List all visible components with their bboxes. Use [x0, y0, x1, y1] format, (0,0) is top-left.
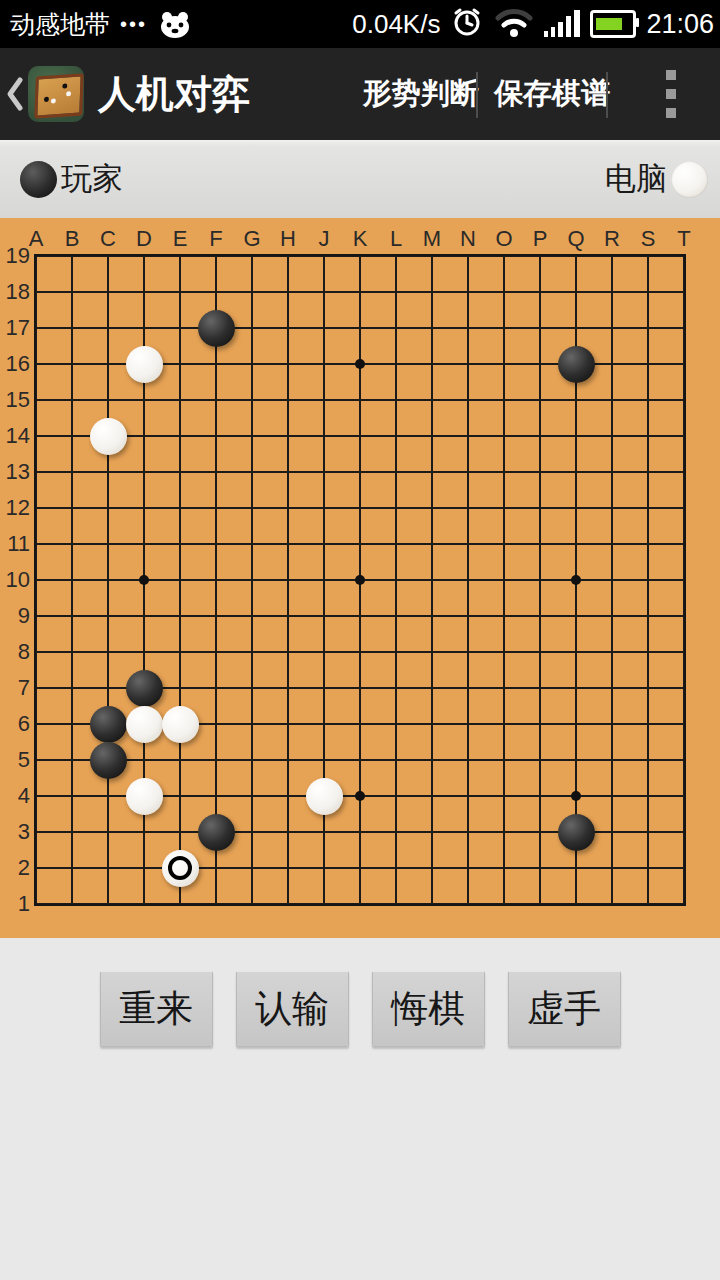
row-label: 13 [0, 459, 30, 485]
black-stone [90, 706, 127, 743]
column-label: D [130, 226, 158, 252]
row-label: 5 [0, 747, 30, 773]
back-chevron-icon [6, 72, 24, 116]
menu-position-judge[interactable]: 形势判断 [363, 48, 479, 140]
black-player-label: 玩家 [61, 158, 123, 200]
row-label: 12 [0, 495, 30, 521]
row-label: 14 [0, 423, 30, 449]
android-robot-icon [159, 10, 191, 38]
star-point [571, 575, 581, 585]
white-stone [126, 778, 163, 815]
action-bar: 人机对弈 形势判断 保存棋谱 [0, 48, 720, 140]
app-icon [28, 66, 84, 122]
row-label: 18 [0, 279, 30, 305]
black-stone [198, 814, 235, 851]
restart-button[interactable]: 重来 [100, 971, 213, 1047]
row-label: 4 [0, 783, 30, 809]
column-label: M [418, 226, 446, 252]
row-label: 1 [0, 891, 30, 917]
column-label: F [202, 226, 230, 252]
battery-fill [596, 18, 622, 30]
bottom-area: 重来 认输 悔棋 虚手 [0, 938, 720, 1280]
wifi-icon [494, 6, 534, 42]
black-stone [558, 346, 595, 383]
alarm-clock-icon [450, 5, 484, 43]
go-board[interactable]: ABCDEFGHJKLMNOPQRST191817161514131211109… [0, 218, 720, 938]
action-bar-home[interactable]: 人机对弈 [0, 48, 250, 140]
resign-button[interactable]: 认输 [236, 971, 349, 1047]
pass-button[interactable]: 虚手 [508, 971, 621, 1047]
row-label: 19 [0, 243, 30, 269]
black-stone [558, 814, 595, 851]
row-label: 8 [0, 639, 30, 665]
battery-icon [590, 10, 636, 38]
white-stone [90, 418, 127, 455]
white-stone [162, 706, 199, 743]
row-label: 3 [0, 819, 30, 845]
row-label: 6 [0, 711, 30, 737]
column-label: Q [562, 226, 590, 252]
row-label: 11 [0, 531, 30, 557]
column-label: B [58, 226, 86, 252]
white-player-label: 电脑 [605, 158, 667, 200]
network-speed: 0.04K/s [352, 9, 440, 40]
page-title: 人机对弈 [98, 69, 250, 120]
black-stone [198, 310, 235, 347]
white-stone-icon [671, 161, 708, 198]
black-stone-icon [20, 161, 57, 198]
star-point [355, 359, 365, 369]
column-label: R [598, 226, 626, 252]
column-label: O [490, 226, 518, 252]
black-stone [126, 670, 163, 707]
column-label: S [634, 226, 662, 252]
row-label: 15 [0, 387, 30, 413]
white-stone [126, 346, 163, 383]
column-label: E [166, 226, 194, 252]
button-row: 重来 认输 悔棋 虚手 [0, 971, 720, 1047]
carrier-label: 动感地带 [10, 8, 110, 41]
row-label: 16 [0, 351, 30, 377]
black-stone [90, 742, 127, 779]
row-label: 7 [0, 675, 30, 701]
column-label: T [670, 226, 698, 252]
white-stone [306, 778, 343, 815]
star-point [139, 575, 149, 585]
menu-separator [476, 72, 478, 118]
column-label: G [238, 226, 266, 252]
player-bar: 玩家 电脑 [0, 140, 720, 218]
column-label: C [94, 226, 122, 252]
black-player: 玩家 [20, 140, 123, 218]
row-label: 9 [0, 603, 30, 629]
column-label: N [454, 226, 482, 252]
column-label: P [526, 226, 554, 252]
column-label: L [382, 226, 410, 252]
white-player: 电脑 [605, 140, 708, 218]
star-point [571, 791, 581, 801]
last-move-marker [168, 856, 192, 880]
overflow-menu-icon[interactable] [666, 48, 676, 140]
signal-strength-icon [544, 7, 580, 41]
menu-save-record[interactable]: 保存棋谱 [494, 48, 610, 140]
star-point [355, 575, 365, 585]
column-label: J [310, 226, 338, 252]
star-point [355, 791, 365, 801]
column-label: K [346, 226, 374, 252]
row-label: 10 [0, 567, 30, 593]
row-label: 17 [0, 315, 30, 341]
status-bar: 动感地带 ••• 0.04K/s [0, 0, 720, 48]
row-label: 2 [0, 855, 30, 881]
menu-separator [606, 72, 608, 118]
clock-time: 21:06 [646, 9, 714, 40]
carrier-dots: ••• [120, 13, 147, 36]
undo-button[interactable]: 悔棋 [372, 971, 485, 1047]
column-label: H [274, 226, 302, 252]
white-stone [126, 706, 163, 743]
